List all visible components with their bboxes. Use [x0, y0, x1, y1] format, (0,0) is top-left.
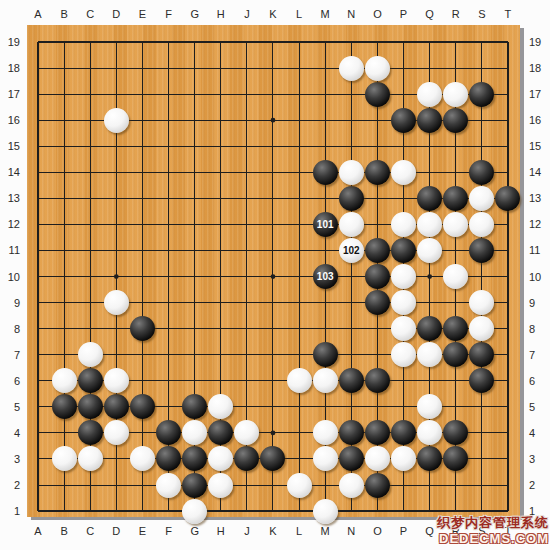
- row-label-left-6: 6: [2, 374, 20, 388]
- stone-white-M3: [313, 446, 338, 471]
- row-label-left-10: 10: [2, 270, 20, 284]
- watermark-chinese: 织梦内容管理系统: [437, 515, 549, 531]
- stone-black-M10: 103: [313, 264, 338, 289]
- row-label-right-9: 9: [529, 296, 547, 310]
- col-label-top-O: O: [373, 7, 382, 21]
- move-number-101: 101: [317, 219, 334, 230]
- stone-black-N6: [339, 368, 364, 393]
- stone-white-B3: [52, 446, 77, 471]
- col-label-bottom-O: O: [373, 524, 382, 538]
- col-label-top-J: J: [244, 7, 250, 21]
- stone-white-N14: [339, 160, 364, 185]
- col-label-bottom-C: C: [86, 524, 94, 538]
- stone-black-D5: [104, 394, 129, 419]
- stone-white-R17: [443, 82, 468, 107]
- stone-white-N12: [339, 212, 364, 237]
- go-board: 101103102: [27, 25, 520, 517]
- stone-black-R16: [443, 108, 468, 133]
- col-label-bottom-K: K: [269, 524, 276, 538]
- stone-black-B5: [52, 394, 77, 419]
- stone-black-Q13: [417, 186, 442, 211]
- stone-black-C4: [78, 420, 103, 445]
- col-label-bottom-G: G: [190, 524, 199, 538]
- stone-black-C5: [78, 394, 103, 419]
- col-label-top-L: L: [296, 7, 302, 21]
- row-label-right-5: 5: [529, 400, 547, 414]
- col-label-bottom-E: E: [139, 524, 146, 538]
- stone-white-D6: [104, 368, 129, 393]
- col-label-bottom-B: B: [60, 524, 67, 538]
- stone-white-N2: [339, 473, 364, 498]
- stone-white-R12: [443, 212, 468, 237]
- stone-white-G1: [182, 499, 207, 524]
- row-label-left-3: 3: [2, 452, 20, 466]
- stone-white-P9: [391, 290, 416, 315]
- stone-white-O18: [365, 56, 390, 81]
- stone-black-O11: [365, 238, 390, 263]
- stone-black-O10: [365, 264, 390, 289]
- col-label-bottom-N: N: [347, 524, 355, 538]
- stone-black-O14: [365, 160, 390, 185]
- stone-black-S17: [469, 82, 494, 107]
- col-label-bottom-Q: Q: [425, 524, 434, 538]
- row-label-right-15: 15: [529, 139, 547, 153]
- row-label-right-13: 13: [529, 191, 547, 205]
- row-label-left-12: 12: [2, 217, 20, 231]
- col-label-bottom-A: A: [34, 524, 41, 538]
- stone-white-D16: [104, 108, 129, 133]
- stone-white-P14: [391, 160, 416, 185]
- col-label-top-B: B: [60, 7, 67, 21]
- row-label-right-11: 11: [529, 243, 547, 257]
- col-label-top-G: G: [190, 7, 199, 21]
- col-label-bottom-F: F: [165, 524, 172, 538]
- col-label-top-N: N: [347, 7, 355, 21]
- watermark: 织梦内容管理系统 DEDECMS.COM: [437, 515, 549, 547]
- row-label-right-3: 3: [529, 452, 547, 466]
- row-label-right-17: 17: [529, 87, 547, 101]
- row-label-left-8: 8: [2, 322, 20, 336]
- star-point-K16: [271, 118, 276, 123]
- stone-white-H2: [208, 473, 233, 498]
- stone-white-B6: [52, 368, 77, 393]
- row-label-right-19: 19: [529, 35, 547, 49]
- row-label-right-4: 4: [529, 426, 547, 440]
- col-label-top-S: S: [478, 7, 485, 21]
- row-label-left-1: 1: [2, 504, 20, 518]
- col-label-bottom-P: P: [400, 524, 407, 538]
- col-label-top-H: H: [217, 7, 225, 21]
- stone-black-P16: [391, 108, 416, 133]
- stone-black-N13: [339, 186, 364, 211]
- stone-black-R13: [443, 186, 468, 211]
- row-label-left-7: 7: [2, 348, 20, 362]
- stone-white-P10: [391, 264, 416, 289]
- col-label-top-C: C: [86, 7, 94, 21]
- stone-black-Q16: [417, 108, 442, 133]
- row-label-right-8: 8: [529, 322, 547, 336]
- row-label-left-16: 16: [2, 113, 20, 127]
- row-label-right-10: 10: [529, 270, 547, 284]
- row-label-right-12: 12: [529, 217, 547, 231]
- col-label-top-K: K: [269, 7, 276, 21]
- stone-white-Q17: [417, 82, 442, 107]
- stone-white-M6: [313, 368, 338, 393]
- col-label-top-E: E: [139, 7, 146, 21]
- col-label-bottom-J: J: [244, 524, 250, 538]
- stone-black-G2: [182, 473, 207, 498]
- row-label-right-18: 18: [529, 61, 547, 75]
- stone-black-S14: [469, 160, 494, 185]
- col-label-top-D: D: [112, 7, 120, 21]
- row-label-right-2: 2: [529, 478, 547, 492]
- stone-white-M4: [313, 420, 338, 445]
- stone-white-N11: 102: [339, 238, 364, 263]
- col-label-top-A: A: [34, 7, 41, 21]
- stone-white-Q11: [417, 238, 442, 263]
- row-label-left-17: 17: [2, 87, 20, 101]
- row-label-left-9: 9: [2, 296, 20, 310]
- col-label-top-Q: Q: [425, 7, 434, 21]
- row-label-right-6: 6: [529, 374, 547, 388]
- stone-white-N18: [339, 56, 364, 81]
- stone-white-Q12: [417, 212, 442, 237]
- move-number-102: 102: [343, 245, 360, 256]
- col-label-top-R: R: [452, 7, 460, 21]
- stone-black-O2: [365, 473, 390, 498]
- row-label-left-11: 11: [2, 243, 20, 257]
- row-label-right-7: 7: [529, 348, 547, 362]
- stone-black-P11: [391, 238, 416, 263]
- stone-black-O17: [365, 82, 390, 107]
- col-label-bottom-D: D: [112, 524, 120, 538]
- row-label-right-16: 16: [529, 113, 547, 127]
- row-label-left-19: 19: [2, 35, 20, 49]
- star-point-Q10: [427, 274, 432, 279]
- row-label-left-15: 15: [2, 139, 20, 153]
- move-number-103: 103: [317, 271, 334, 282]
- stone-black-E8: [130, 316, 155, 341]
- row-label-left-2: 2: [2, 478, 20, 492]
- go-diagram: AABBCCDDEEFFGGHHJJKKLLMMNNOOPPQQRRSSTT19…: [0, 0, 550, 550]
- row-label-left-4: 4: [2, 426, 20, 440]
- col-label-top-M: M: [321, 7, 330, 21]
- row-label-left-14: 14: [2, 165, 20, 179]
- col-label-top-F: F: [165, 7, 172, 21]
- stone-black-O9: [365, 290, 390, 315]
- star-point-K10: [271, 274, 276, 279]
- stone-white-C7: [78, 342, 103, 367]
- col-label-bottom-L: L: [296, 524, 302, 538]
- stone-white-D9: [104, 290, 129, 315]
- stone-black-C6: [78, 368, 103, 393]
- stone-white-L6: [287, 368, 312, 393]
- row-label-left-5: 5: [2, 400, 20, 414]
- star-point-D10: [114, 274, 119, 279]
- col-label-bottom-M: M: [321, 524, 330, 538]
- stone-black-M14: [313, 160, 338, 185]
- row-label-left-13: 13: [2, 191, 20, 205]
- stone-black-M12: 101: [313, 212, 338, 237]
- row-label-right-14: 14: [529, 165, 547, 179]
- watermark-domain: DEDECMS.COM: [437, 531, 549, 547]
- stone-white-M1: [313, 499, 338, 524]
- stone-white-L2: [287, 473, 312, 498]
- col-label-top-T: T: [505, 7, 512, 21]
- row-label-left-18: 18: [2, 61, 20, 75]
- col-label-bottom-H: H: [217, 524, 225, 538]
- stone-black-M7: [313, 342, 338, 367]
- star-point-K4: [271, 431, 276, 436]
- col-label-top-P: P: [400, 7, 407, 21]
- stone-white-F2: [156, 473, 181, 498]
- stone-white-P12: [391, 212, 416, 237]
